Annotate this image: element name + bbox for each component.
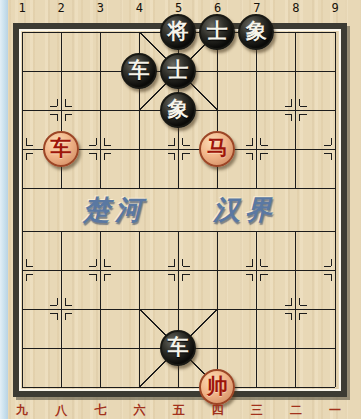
file-label-bottom-4: 六 [133,404,145,416]
black-advisor-2[interactable]: 士 [160,53,196,89]
black-general[interactable]: 将 [160,14,196,50]
black-advisor-1[interactable]: 士 [199,14,235,50]
xiangqi-board-window: 123456789 楚河 汉界 将士象车士象车马车帅 九八七六五四三二一 [0,0,361,419]
black-elephant-2[interactable]: 象 [160,92,196,128]
black-elephant-1[interactable]: 象 [238,14,274,50]
file-label-bottom-1: 九 [16,404,28,416]
red-chariot[interactable]: 车 [43,131,79,167]
piece-layer: 将士象车士象车马车帅 [2,12,354,406]
file-label-bottom-3: 七 [94,404,106,416]
file-label-bottom-8: 二 [290,404,302,416]
file-label-bottom-9: 一 [329,404,341,416]
file-label-bottom-5: 五 [173,404,185,416]
file-label-bottom-2: 八 [55,404,67,416]
black-chariot-2[interactable]: 车 [160,330,196,366]
red-general[interactable]: 帅 [199,369,235,405]
black-chariot-1[interactable]: 车 [121,53,157,89]
file-label-bottom-6: 四 [212,404,224,416]
file-label-bottom-7: 三 [251,404,263,416]
red-horse[interactable]: 马 [199,131,235,167]
